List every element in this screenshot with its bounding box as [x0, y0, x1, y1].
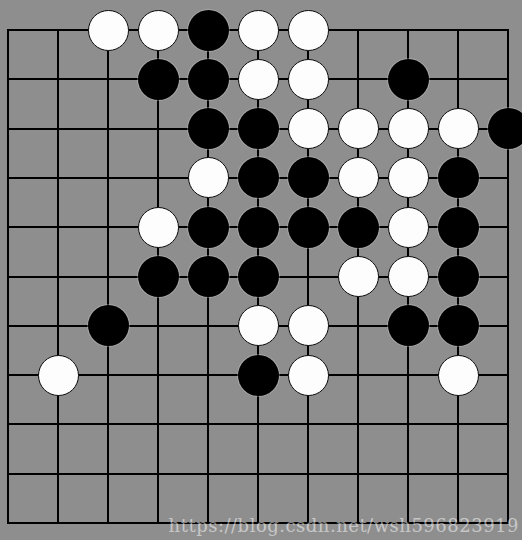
go-board-diagram: https://blog.csdn.net/wsh596823919 [0, 0, 522, 540]
stone-white[interactable] [288, 108, 329, 149]
stone-black[interactable] [188, 59, 229, 100]
stone-white[interactable] [188, 157, 229, 198]
stone-white[interactable] [288, 10, 329, 51]
grid-line-horizontal [7, 522, 509, 524]
stone-black[interactable] [288, 157, 329, 198]
stone-black[interactable] [388, 59, 429, 100]
stone-white[interactable] [238, 10, 279, 51]
go-board[interactable] [0, 0, 522, 540]
stone-white[interactable] [88, 10, 129, 51]
stone-white[interactable] [388, 108, 429, 149]
stone-black[interactable] [288, 207, 329, 248]
stone-black[interactable] [438, 207, 479, 248]
stone-black[interactable] [388, 305, 429, 346]
stone-black[interactable] [238, 207, 279, 248]
stone-white[interactable] [338, 108, 379, 149]
stone-black[interactable] [138, 59, 179, 100]
stone-black[interactable] [438, 305, 479, 346]
stone-black[interactable] [88, 305, 129, 346]
stone-black[interactable] [338, 207, 379, 248]
stone-white[interactable] [388, 207, 429, 248]
stone-black[interactable] [238, 256, 279, 297]
stone-white[interactable] [388, 157, 429, 198]
stone-white[interactable] [288, 355, 329, 396]
grid-line-horizontal [7, 473, 509, 475]
stone-white[interactable] [288, 59, 329, 100]
stone-black[interactable] [188, 10, 229, 51]
stone-white[interactable] [388, 256, 429, 297]
stone-white[interactable] [38, 355, 79, 396]
stone-white[interactable] [338, 157, 379, 198]
stone-black[interactable] [438, 256, 479, 297]
stone-black[interactable] [138, 256, 179, 297]
stone-white[interactable] [238, 305, 279, 346]
stone-black[interactable] [438, 157, 479, 198]
stone-black[interactable] [238, 108, 279, 149]
stone-black[interactable] [238, 157, 279, 198]
stone-white[interactable] [138, 10, 179, 51]
stone-white[interactable] [238, 59, 279, 100]
stone-black[interactable] [238, 355, 279, 396]
stone-white[interactable] [438, 355, 479, 396]
stone-black[interactable] [188, 108, 229, 149]
stone-black[interactable] [188, 207, 229, 248]
stone-black[interactable] [488, 108, 522, 149]
stone-white[interactable] [288, 305, 329, 346]
stone-white[interactable] [438, 108, 479, 149]
stone-white[interactable] [138, 207, 179, 248]
stone-white[interactable] [338, 256, 379, 297]
stone-black[interactable] [188, 256, 229, 297]
grid-line-horizontal [7, 423, 509, 425]
